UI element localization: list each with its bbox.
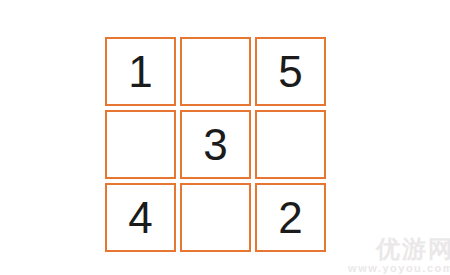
cell-r3c2[interactable]	[180, 183, 251, 252]
puzzle-image: 1 5 3 4 2 优游网 www.yoyou.com	[0, 0, 450, 275]
number-grid-board: 1 5 3 4 2	[105, 37, 326, 252]
watermark-site-name: 优游网	[348, 237, 450, 261]
cell-r1c3[interactable]: 5	[255, 37, 326, 106]
watermark-site-url: www.yoyou.com	[348, 263, 450, 274]
cell-r1c2[interactable]	[180, 37, 251, 106]
cell-r1c1[interactable]: 1	[105, 37, 176, 106]
cell-r3c3[interactable]: 2	[255, 183, 326, 252]
watermark: 优游网 www.yoyou.com	[348, 237, 450, 274]
cell-r3c1[interactable]: 4	[105, 183, 176, 252]
cell-r2c3[interactable]	[255, 110, 326, 179]
cell-r2c2[interactable]: 3	[180, 110, 251, 179]
cell-r2c1[interactable]	[105, 110, 176, 179]
